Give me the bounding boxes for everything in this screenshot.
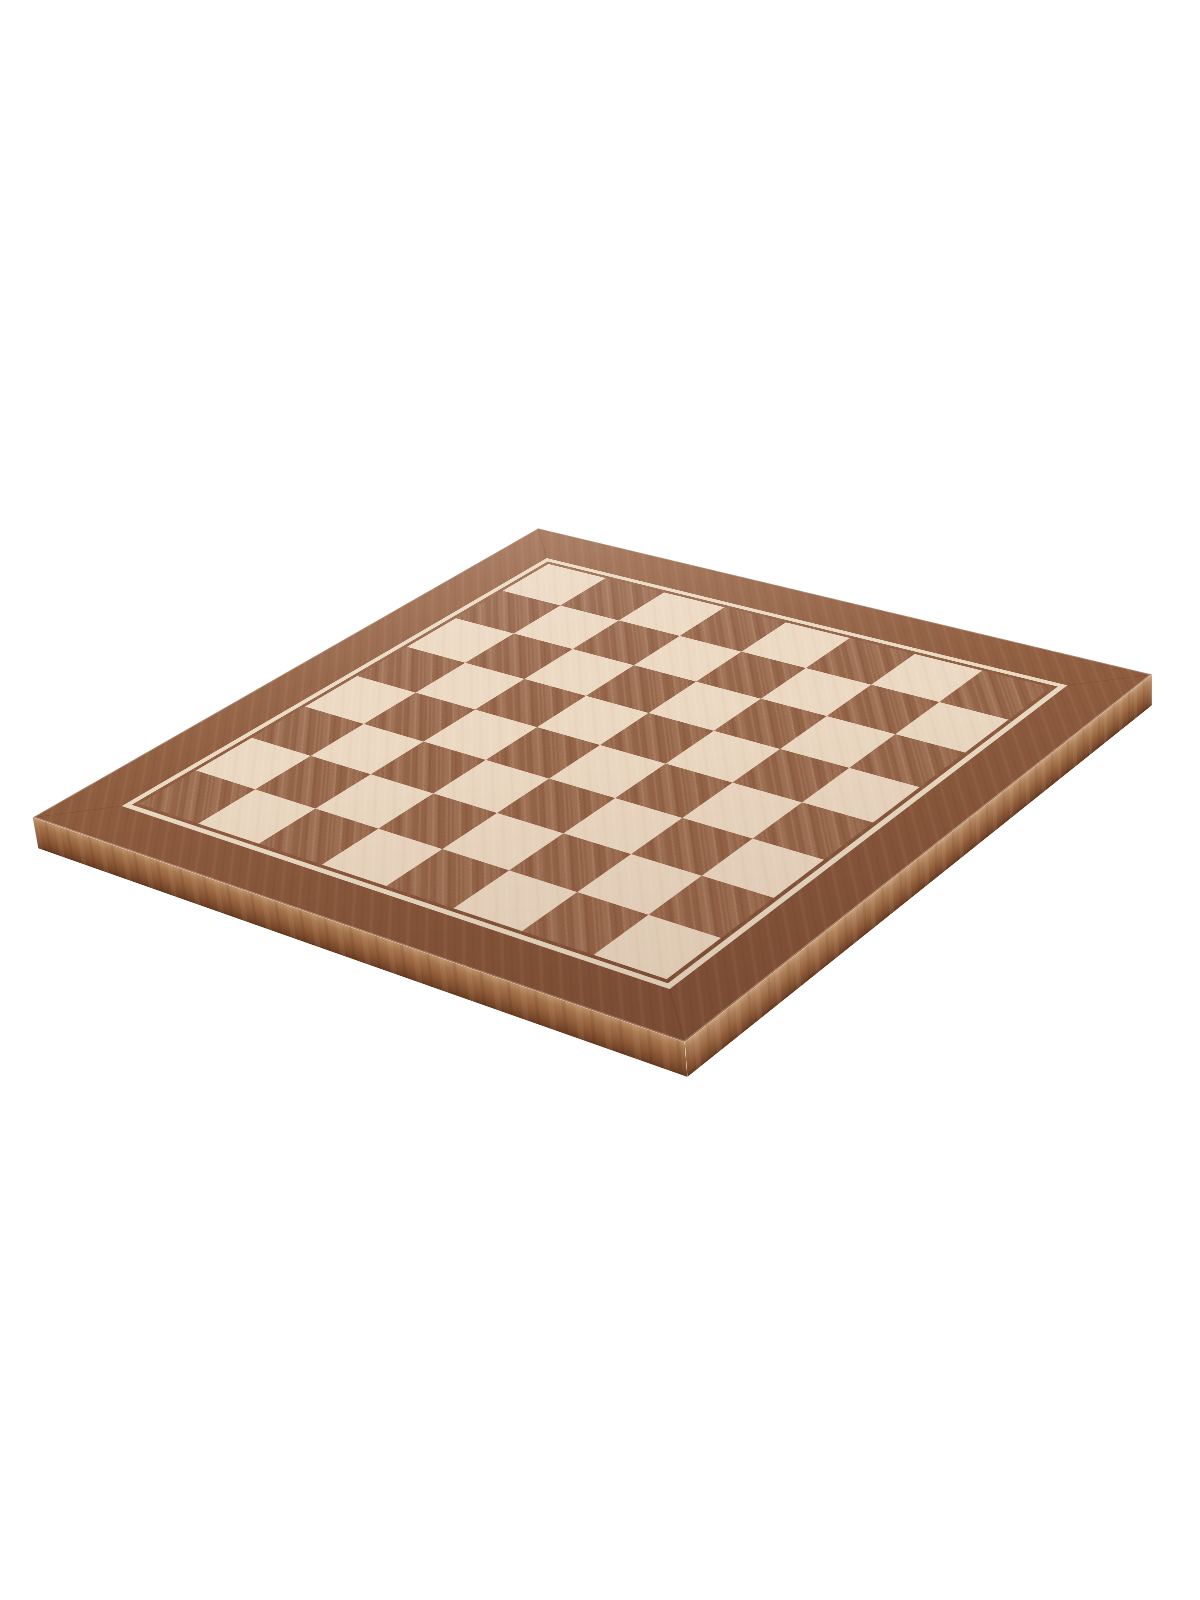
square xyxy=(665,730,780,782)
square xyxy=(453,870,578,931)
square xyxy=(509,833,631,892)
square xyxy=(443,813,563,870)
square xyxy=(701,838,824,898)
frame-mitre-far-corner xyxy=(504,528,580,558)
square xyxy=(522,892,648,955)
square xyxy=(631,818,752,876)
square xyxy=(752,802,873,859)
square xyxy=(563,798,683,854)
square xyxy=(849,734,965,787)
square xyxy=(593,914,721,979)
square xyxy=(497,778,615,833)
square xyxy=(732,749,849,803)
square xyxy=(386,849,509,908)
square xyxy=(648,876,774,938)
square xyxy=(433,760,549,813)
square xyxy=(139,770,255,823)
square xyxy=(378,793,497,848)
square xyxy=(198,789,316,844)
square xyxy=(578,854,702,914)
square xyxy=(259,808,378,864)
product-photo-scene xyxy=(0,0,1200,1600)
square xyxy=(615,764,732,818)
chess-board xyxy=(33,528,1152,1042)
square xyxy=(802,768,920,823)
square xyxy=(322,828,443,886)
board-top-face xyxy=(33,528,1152,1042)
square xyxy=(683,783,802,839)
square xyxy=(549,745,665,798)
square xyxy=(316,774,433,828)
